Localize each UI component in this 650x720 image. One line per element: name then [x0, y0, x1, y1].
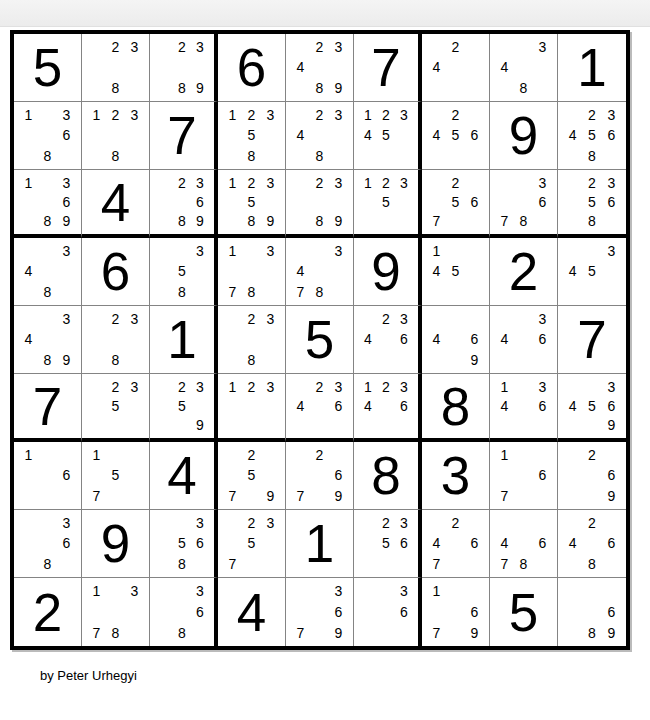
- candidate-slot: [427, 78, 446, 98]
- candidate-slot: [310, 241, 329, 261]
- candidate-grid: 3678: [490, 170, 557, 234]
- candidate-slot: [19, 554, 38, 574]
- candidate-slot: [173, 192, 191, 211]
- candidate-slot: [310, 602, 329, 623]
- cell-r2c1: 1368: [14, 102, 82, 170]
- candidate-slot: [19, 486, 38, 506]
- given-digit: 3: [441, 449, 470, 502]
- candidate-digit: 4: [495, 57, 514, 77]
- candidate-slot: [446, 602, 465, 623]
- candidate-slot: [465, 146, 484, 166]
- candidate-digit: 4: [359, 329, 377, 349]
- candidate-slot: [514, 377, 533, 396]
- candidate-grid: 2467: [422, 510, 489, 577]
- candidate-slot: [377, 602, 395, 623]
- candidate-digit: 6: [191, 602, 209, 623]
- candidate-digit: 4: [495, 533, 514, 553]
- candidate-digit: 8: [514, 554, 533, 574]
- cell-r5c6: 2346: [354, 306, 422, 374]
- candidate-digit: 6: [57, 533, 76, 553]
- candidate-digit: 2: [310, 105, 329, 125]
- candidate-slot: [533, 350, 552, 370]
- candidate-digit: 5: [582, 396, 601, 415]
- given-digit: 2: [33, 586, 62, 639]
- candidate-grid: 2346: [354, 306, 418, 373]
- candidate-digit: 9: [602, 416, 621, 435]
- given-digit: 4: [101, 176, 130, 229]
- candidate-slot: [173, 416, 191, 435]
- candidate-slot: [87, 37, 106, 57]
- cell-r1c7: 24: [422, 34, 490, 102]
- candidate-digit: 2: [242, 377, 261, 396]
- candidate-grid: 157: [82, 442, 149, 509]
- candidate-slot: [291, 212, 310, 231]
- candidate-slot: [377, 396, 395, 415]
- candidate-digit: 2: [242, 105, 261, 125]
- candidate-digit: 8: [106, 78, 125, 98]
- candidate-slot: [291, 37, 310, 57]
- candidate-digit: 8: [310, 212, 329, 231]
- candidate-digit: 9: [191, 212, 209, 231]
- candidate-slot: [125, 416, 144, 435]
- candidate-grid: 1346: [490, 374, 557, 438]
- candidate-digit: 2: [446, 37, 465, 57]
- candidate-slot: [495, 192, 514, 211]
- candidate-slot: [261, 396, 280, 415]
- candidate-slot: [495, 309, 514, 329]
- cell-r9c4: 4: [218, 578, 286, 646]
- candidate-slot: [38, 445, 57, 465]
- cell-r2c2: 1238: [82, 102, 150, 170]
- given-digit: 1: [305, 517, 334, 570]
- candidate-slot: [223, 416, 242, 435]
- given-digit: 6: [101, 245, 130, 298]
- candidate-digit: 4: [427, 125, 446, 145]
- candidate-slot: [155, 282, 173, 302]
- given-digit: 5: [305, 313, 334, 366]
- candidate-digit: 7: [495, 212, 514, 231]
- candidate-slot: [87, 146, 106, 166]
- candidate-digit: 3: [191, 173, 209, 192]
- cell-r9c9: 689: [558, 578, 626, 646]
- cell-r7c4: 2579: [218, 442, 286, 510]
- candidate-slot: [533, 445, 552, 465]
- candidate-slot: [533, 57, 552, 77]
- candidate-digit: 2: [582, 445, 601, 465]
- candidate-digit: 3: [261, 241, 280, 261]
- candidate-grid: 145: [422, 238, 489, 305]
- candidate-digit: 8: [582, 622, 601, 643]
- candidate-slot: [155, 602, 173, 623]
- candidate-digit: 6: [465, 329, 484, 349]
- cell-r4c1: 348: [14, 238, 82, 306]
- candidate-slot: [223, 396, 242, 415]
- candidate-slot: [582, 377, 601, 396]
- candidate-slot: [173, 602, 191, 623]
- candidate-digit: 6: [395, 602, 413, 623]
- candidate-grid: 2389: [286, 170, 353, 234]
- given-digit: 7: [33, 380, 62, 433]
- candidate-digit: 4: [563, 396, 582, 415]
- candidate-slot: [329, 192, 348, 211]
- candidate-slot: [155, 173, 173, 192]
- candidate-slot: [87, 465, 106, 485]
- candidate-slot: [106, 445, 125, 465]
- candidate-grid: 2679: [286, 442, 353, 509]
- candidate-digit: 6: [602, 125, 621, 145]
- candidate-digit: 6: [465, 533, 484, 553]
- candidate-slot: [57, 554, 76, 574]
- candidate-digit: 1: [87, 581, 106, 602]
- candidate-slot: [446, 329, 465, 349]
- candidate-slot: [377, 416, 395, 435]
- candidate-digit: 5: [173, 396, 191, 415]
- given-digit: 5: [509, 586, 538, 639]
- candidate-slot: [291, 465, 310, 485]
- cell-r6c7: 8: [422, 374, 490, 442]
- cell-r4c5: 3478: [286, 238, 354, 306]
- candidate-digit: 8: [38, 554, 57, 574]
- candidate-slot: [563, 173, 582, 192]
- candidate-slot: [602, 146, 621, 166]
- candidate-digit: 8: [242, 282, 261, 302]
- candidate-digit: 3: [395, 513, 413, 533]
- candidate-digit: 4: [563, 533, 582, 553]
- candidate-slot: [223, 261, 242, 281]
- candidate-slot: [514, 57, 533, 77]
- candidate-grid: 12358: [218, 102, 285, 169]
- candidate-slot: [563, 513, 582, 533]
- candidate-slot: [377, 622, 395, 643]
- cell-r1c9: 1: [558, 34, 626, 102]
- candidate-digit: 6: [57, 125, 76, 145]
- candidate-digit: 1: [19, 173, 38, 192]
- cell-r8c4: 2357: [218, 510, 286, 578]
- candidate-slot: [514, 350, 533, 370]
- candidate-digit: 8: [582, 212, 601, 231]
- cell-r8c8: 4678: [490, 510, 558, 578]
- candidate-digit: 1: [223, 377, 242, 396]
- candidate-digit: 4: [563, 261, 582, 281]
- candidate-slot: [125, 445, 144, 465]
- cell-r8c1: 368: [14, 510, 82, 578]
- candidate-slot: [329, 125, 348, 145]
- candidate-digit: 9: [191, 78, 209, 98]
- candidate-slot: [495, 37, 514, 57]
- candidate-grid: 269: [558, 442, 626, 509]
- candidate-slot: [427, 513, 446, 533]
- candidate-digit: 3: [191, 37, 209, 57]
- candidate-digit: 3: [329, 241, 348, 261]
- candidate-digit: 7: [87, 486, 106, 506]
- candidate-slot: [329, 146, 348, 166]
- candidate-slot: [514, 173, 533, 192]
- cell-r1c3: 2389: [150, 34, 218, 102]
- cell-r3c8: 3678: [490, 170, 558, 238]
- candidate-digit: 8: [242, 146, 261, 166]
- candidate-digit: 1: [87, 445, 106, 465]
- candidate-digit: 3: [602, 241, 621, 261]
- candidate-slot: [242, 329, 261, 349]
- candidate-grid: 12345: [354, 102, 418, 169]
- candidate-digit: 7: [223, 486, 242, 506]
- candidate-digit: 6: [602, 533, 621, 553]
- candidate-slot: [465, 309, 484, 329]
- cell-r2c5: 2348: [286, 102, 354, 170]
- candidate-slot: [242, 416, 261, 435]
- candidate-digit: 4: [19, 261, 38, 281]
- candidate-slot: [563, 212, 582, 231]
- candidate-slot: [87, 57, 106, 77]
- candidate-digit: 5: [173, 533, 191, 553]
- candidate-slot: [291, 602, 310, 623]
- candidate-digit: 3: [533, 377, 552, 396]
- candidate-grid: 238: [82, 306, 149, 373]
- candidate-slot: [533, 416, 552, 435]
- candidate-digit: 9: [465, 622, 484, 643]
- candidate-grid: 12346: [354, 374, 418, 438]
- candidate-slot: [563, 105, 582, 125]
- candidate-slot: [155, 212, 173, 231]
- candidate-slot: [533, 212, 552, 231]
- candidate-digit: 5: [106, 396, 125, 415]
- candidate-slot: [125, 57, 144, 77]
- candidate-slot: [465, 173, 484, 192]
- candidate-slot: [125, 396, 144, 415]
- given-digit: 7: [577, 313, 606, 366]
- candidate-slot: [155, 513, 173, 533]
- cell-r5c1: 3489: [14, 306, 82, 374]
- cell-r7c3: 4: [150, 442, 218, 510]
- candidate-digit: 6: [465, 192, 484, 211]
- candidate-grid: 23689: [150, 170, 214, 234]
- candidate-slot: [57, 282, 76, 302]
- candidate-slot: [19, 533, 38, 553]
- candidate-slot: [446, 78, 465, 98]
- candidate-slot: [291, 581, 310, 602]
- candidate-slot: [106, 416, 125, 435]
- candidate-grid: 238: [82, 34, 149, 101]
- candidate-slot: [329, 416, 348, 435]
- candidate-slot: [261, 125, 280, 145]
- candidate-digit: 7: [223, 282, 242, 302]
- candidate-digit: 6: [602, 192, 621, 211]
- candidate-digit: 3: [57, 173, 76, 192]
- candidate-slot: [57, 146, 76, 166]
- top-strip: [0, 0, 650, 27]
- candidate-slot: [465, 212, 484, 231]
- candidate-digit: 2: [106, 37, 125, 57]
- candidate-digit: 2: [446, 173, 465, 192]
- candidate-slot: [359, 554, 377, 574]
- candidate-digit: 4: [427, 329, 446, 349]
- candidate-slot: [191, 396, 209, 415]
- candidate-slot: [563, 581, 582, 602]
- candidate-slot: [582, 416, 601, 435]
- candidate-slot: [223, 125, 242, 145]
- candidate-slot: [38, 241, 57, 261]
- candidate-slot: [582, 486, 601, 506]
- candidate-slot: [38, 173, 57, 192]
- candidate-slot: [106, 57, 125, 77]
- cell-r4c8: 2: [490, 238, 558, 306]
- candidate-slot: [155, 416, 173, 435]
- candidate-grid: 2348: [286, 102, 353, 169]
- candidate-slot: [57, 445, 76, 465]
- candidate-slot: [261, 445, 280, 465]
- candidate-digit: 9: [329, 622, 348, 643]
- candidate-digit: 6: [465, 125, 484, 145]
- cell-r6c9: 34569: [558, 374, 626, 442]
- candidate-digit: 6: [395, 329, 413, 349]
- candidate-digit: 4: [291, 57, 310, 77]
- given-digit: 8: [371, 449, 400, 502]
- candidate-slot: [563, 146, 582, 166]
- candidate-slot: [291, 241, 310, 261]
- candidate-slot: [602, 581, 621, 602]
- candidate-digit: 3: [602, 377, 621, 396]
- candidate-digit: 5: [242, 192, 261, 211]
- credit-text: by Peter Urhegyi: [40, 668, 137, 683]
- candidate-digit: 3: [395, 581, 413, 602]
- candidate-digit: 3: [125, 377, 144, 396]
- given-digit: 7: [371, 41, 400, 94]
- candidate-digit: 8: [106, 622, 125, 643]
- candidate-grid: 13689: [14, 170, 81, 234]
- candidate-grid: 1368: [14, 102, 81, 169]
- candidate-slot: [446, 533, 465, 553]
- candidate-slot: [223, 212, 242, 231]
- candidate-slot: [242, 554, 261, 574]
- candidate-digit: 2: [582, 105, 601, 125]
- candidate-slot: [602, 212, 621, 231]
- candidate-slot: [533, 78, 552, 98]
- candidate-slot: [125, 350, 144, 370]
- candidate-slot: [563, 377, 582, 396]
- candidate-digit: 3: [533, 309, 552, 329]
- candidate-digit: 2: [242, 173, 261, 192]
- candidate-slot: [514, 533, 533, 553]
- candidate-digit: 3: [329, 173, 348, 192]
- cell-r1c5: 23489: [286, 34, 354, 102]
- candidate-digit: 2: [173, 377, 191, 396]
- candidate-digit: 6: [533, 465, 552, 485]
- candidate-slot: [359, 146, 377, 166]
- candidate-slot: [495, 465, 514, 485]
- candidate-slot: [87, 416, 106, 435]
- candidate-digit: 5: [377, 192, 395, 211]
- candidate-grid: 23489: [286, 34, 353, 101]
- candidate-digit: 2: [310, 37, 329, 57]
- candidate-digit: 7: [427, 212, 446, 231]
- candidate-digit: 8: [310, 282, 329, 302]
- candidate-slot: [495, 416, 514, 435]
- candidate-grid: 348: [14, 238, 81, 305]
- candidate-digit: 1: [19, 105, 38, 125]
- candidate-slot: [191, 261, 209, 281]
- candidate-slot: [310, 581, 329, 602]
- candidate-slot: [19, 146, 38, 166]
- given-digit: 6: [237, 41, 266, 94]
- candidate-digit: 2: [173, 37, 191, 57]
- cell-r7c9: 269: [558, 442, 626, 510]
- cell-r4c7: 145: [422, 238, 490, 306]
- candidate-digit: 6: [395, 533, 413, 553]
- candidate-slot: [38, 513, 57, 533]
- candidate-slot: [291, 192, 310, 211]
- candidate-digit: 6: [329, 396, 348, 415]
- candidate-digit: 5: [242, 125, 261, 145]
- candidate-digit: 3: [57, 309, 76, 329]
- candidate-digit: 4: [19, 329, 38, 349]
- given-digit: 1: [577, 41, 606, 94]
- candidate-slot: [359, 309, 377, 329]
- candidate-slot: [359, 533, 377, 553]
- cell-r2c3: 7: [150, 102, 218, 170]
- candidate-slot: [563, 282, 582, 302]
- sudoku-board: 5238238962348972434811368123871235823481…: [10, 30, 630, 650]
- candidate-digit: 8: [38, 146, 57, 166]
- candidate-slot: [427, 173, 446, 192]
- candidate-digit: 7: [495, 486, 514, 506]
- candidate-slot: [125, 78, 144, 98]
- cell-r2c7: 2456: [422, 102, 490, 170]
- candidate-digit: 3: [395, 105, 413, 125]
- candidate-digit: 7: [291, 486, 310, 506]
- candidate-slot: [19, 241, 38, 261]
- cell-r4c2: 6: [82, 238, 150, 306]
- candidate-slot: [310, 396, 329, 415]
- candidate-grid: 2579: [218, 442, 285, 509]
- candidate-digit: 4: [291, 396, 310, 415]
- candidate-slot: [446, 282, 465, 302]
- candidate-digit: 2: [310, 173, 329, 192]
- candidate-slot: [359, 513, 377, 533]
- candidate-digit: 3: [191, 581, 209, 602]
- candidate-digit: 6: [533, 533, 552, 553]
- candidate-digit: 9: [465, 350, 484, 370]
- given-digit: 9: [101, 517, 130, 570]
- candidate-digit: 6: [57, 465, 76, 485]
- candidate-digit: 3: [191, 377, 209, 396]
- candidate-slot: [261, 533, 280, 553]
- candidate-slot: [514, 486, 533, 506]
- candidate-digit: 6: [602, 465, 621, 485]
- candidate-slot: [155, 192, 173, 211]
- candidate-slot: [261, 350, 280, 370]
- candidate-digit: 8: [106, 146, 125, 166]
- candidate-slot: [242, 486, 261, 506]
- candidate-digit: 1: [359, 105, 377, 125]
- cell-r7c7: 3: [422, 442, 490, 510]
- cell-r4c6: 9: [354, 238, 422, 306]
- candidate-digit: 8: [310, 78, 329, 98]
- candidate-digit: 8: [173, 78, 191, 98]
- candidate-slot: [446, 622, 465, 643]
- candidate-digit: 2: [173, 173, 191, 192]
- candidate-slot: [261, 554, 280, 574]
- candidate-slot: [514, 416, 533, 435]
- candidate-slot: [602, 282, 621, 302]
- cell-r6c1: 7: [14, 374, 82, 442]
- cell-r3c1: 13689: [14, 170, 82, 238]
- candidate-slot: [261, 465, 280, 485]
- candidate-slot: [155, 581, 173, 602]
- candidate-digit: 8: [310, 146, 329, 166]
- candidate-slot: [465, 282, 484, 302]
- candidate-slot: [377, 554, 395, 574]
- candidate-digit: 3: [261, 309, 280, 329]
